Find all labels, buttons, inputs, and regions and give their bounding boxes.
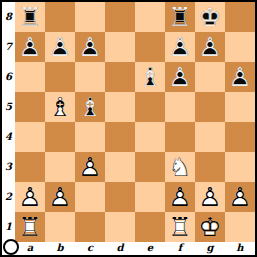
piece-outline: ♗ [45,92,75,122]
square-c4[interactable] [75,122,105,152]
piece-white-pawn-b2[interactable]: ♟♙ [45,182,75,212]
file-label-e: e [135,242,165,255]
square-a5[interactable] [15,92,45,122]
square-d2[interactable] [105,182,135,212]
square-h8[interactable] [225,2,255,32]
square-e8[interactable] [135,2,165,32]
piece-outline: ♙ [195,182,225,212]
square-c5[interactable]: ♝♗ [75,92,105,122]
file-label-h: h [225,242,255,255]
square-d3[interactable] [105,152,135,182]
rank-label-7: 7 [2,32,15,62]
rank-labels: 87654321 [2,2,15,242]
piece-outline: ♙ [75,152,105,182]
piece-fill: ♟ [75,32,105,62]
piece-fill: ♞ [165,152,195,182]
piece-outline: ♙ [195,32,225,62]
file-label-g: g [195,242,225,255]
piece-black-pawn-a7[interactable]: ♟♙ [15,32,45,62]
piece-fill: ♝ [135,62,165,92]
square-f8[interactable]: ♜♖ [165,2,195,32]
piece-black-pawn-c7[interactable]: ♟♙ [75,32,105,62]
piece-white-bishop-b5[interactable]: ♝♗ [45,92,75,122]
square-e7[interactable] [135,32,165,62]
piece-outline: ♔ [195,212,225,242]
square-f3[interactable]: ♞♘ [165,152,195,182]
square-a7[interactable]: ♟♙ [15,32,45,62]
piece-black-pawn-b7[interactable]: ♟♙ [45,32,75,62]
piece-fill: ♟ [195,32,225,62]
square-a3[interactable] [15,152,45,182]
piece-outline: ♔ [195,2,225,32]
square-f1[interactable]: ♜♖ [165,212,195,242]
piece-fill: ♜ [165,2,195,32]
square-h1[interactable] [225,212,255,242]
piece-outline: ♙ [15,32,45,62]
piece-outline: ♙ [15,182,45,212]
rank-label-1: 1 [2,212,15,242]
piece-outline: ♗ [135,62,165,92]
piece-fill: ♝ [45,92,75,122]
piece-fill: ♚ [195,212,225,242]
piece-outline: ♙ [75,32,105,62]
rank-label-8: 8 [2,2,15,32]
rank-label-3: 3 [2,152,15,182]
square-f7[interactable]: ♟♙ [165,32,195,62]
piece-black-pawn-g7[interactable]: ♟♙ [195,32,225,62]
square-g2[interactable]: ♟♙ [195,182,225,212]
piece-outline: ♖ [15,2,45,32]
piece-fill: ♟ [225,182,255,212]
piece-white-king-g1[interactable]: ♚♔ [195,212,225,242]
square-b1[interactable] [45,212,75,242]
piece-fill: ♟ [75,152,105,182]
piece-white-rook-f1[interactable]: ♜♖ [165,212,195,242]
piece-white-rook-a1[interactable]: ♜♖ [15,212,45,242]
piece-fill: ♟ [225,62,255,92]
white-to-move-indicator [3,239,19,255]
piece-fill: ♟ [165,182,195,212]
piece-outline: ♙ [165,32,195,62]
piece-outline: ♙ [165,62,195,92]
piece-black-rook-f8[interactable]: ♜♖ [165,2,195,32]
piece-fill: ♜ [165,212,195,242]
chess-board[interactable]: ♜♖♜♖♚♔♟♙♟♙♟♙♟♙♟♙♝♗♟♙♟♙♝♗♝♗♟♙♞♘♟♙♟♙♟♙♟♙♟♙… [15,2,255,242]
piece-outline: ♙ [225,62,255,92]
square-a6[interactable] [15,62,45,92]
square-g8[interactable]: ♚♔ [195,2,225,32]
file-label-b: b [45,242,75,255]
square-b4[interactable] [45,122,75,152]
rank-label-6: 6 [2,62,15,92]
square-d6[interactable] [105,62,135,92]
piece-fill: ♟ [15,32,45,62]
piece-outline: ♗ [75,92,105,122]
square-a4[interactable] [15,122,45,152]
square-h4[interactable] [225,122,255,152]
square-g7[interactable]: ♟♙ [195,32,225,62]
square-e3[interactable] [135,152,165,182]
piece-black-rook-a8[interactable]: ♜♖ [15,2,45,32]
piece-fill: ♜ [15,212,45,242]
piece-outline: ♖ [165,212,195,242]
piece-black-king-g8[interactable]: ♚♔ [195,2,225,32]
piece-fill: ♟ [45,182,75,212]
file-label-a: a [15,242,45,255]
piece-fill: ♟ [165,32,195,62]
square-b3[interactable] [45,152,75,182]
piece-white-pawn-c3[interactable]: ♟♙ [75,152,105,182]
square-b2[interactable]: ♟♙ [45,182,75,212]
square-g6[interactable] [195,62,225,92]
piece-fill: ♚ [195,2,225,32]
square-c2[interactable] [75,182,105,212]
square-e1[interactable] [135,212,165,242]
piece-black-bishop-e6[interactable]: ♝♗ [135,62,165,92]
square-g5[interactable] [195,92,225,122]
square-c3[interactable]: ♟♙ [75,152,105,182]
square-f5[interactable] [165,92,195,122]
square-d8[interactable] [105,2,135,32]
rank-label-5: 5 [2,92,15,122]
square-h6[interactable]: ♟♙ [225,62,255,92]
rank-label-2: 2 [2,182,15,212]
square-e4[interactable] [135,122,165,152]
piece-black-pawn-f6[interactable]: ♟♙ [165,62,195,92]
square-g4[interactable] [195,122,225,152]
piece-fill: ♝ [75,92,105,122]
square-h2[interactable]: ♟♙ [225,182,255,212]
piece-white-pawn-g2[interactable]: ♟♙ [195,182,225,212]
piece-fill: ♜ [15,2,45,32]
piece-white-pawn-a2[interactable]: ♟♙ [15,182,45,212]
piece-outline: ♖ [15,212,45,242]
chess-diagram: ♜♖♜♖♚♔♟♙♟♙♟♙♟♙♟♙♝♗♟♙♟♙♝♗♝♗♟♙♞♘♟♙♟♙♟♙♟♙♟♙… [0,0,257,257]
piece-fill: ♟ [45,32,75,62]
square-g3[interactable] [195,152,225,182]
piece-outline: ♙ [45,182,75,212]
square-c6[interactable] [75,62,105,92]
piece-outline: ♖ [165,2,195,32]
square-f2[interactable]: ♟♙ [165,182,195,212]
square-d1[interactable] [105,212,135,242]
square-e5[interactable] [135,92,165,122]
square-d5[interactable] [105,92,135,122]
file-label-c: c [75,242,105,255]
square-b8[interactable] [45,2,75,32]
square-e6[interactable]: ♝♗ [135,62,165,92]
piece-outline: ♘ [165,152,195,182]
file-labels: abcdefgh [15,242,255,255]
file-label-f: f [165,242,195,255]
square-h5[interactable] [225,92,255,122]
square-c1[interactable] [75,212,105,242]
square-h7[interactable] [225,32,255,62]
square-h3[interactable] [225,152,255,182]
square-c8[interactable] [75,2,105,32]
square-e2[interactable] [135,182,165,212]
piece-black-bishop-c5[interactable]: ♝♗ [75,92,105,122]
piece-fill: ♟ [165,62,195,92]
square-f4[interactable] [165,122,195,152]
square-a8[interactable]: ♜♖ [15,2,45,32]
file-label-d: d [105,242,135,255]
piece-fill: ♟ [195,182,225,212]
square-b7[interactable]: ♟♙ [45,32,75,62]
piece-outline: ♙ [165,182,195,212]
piece-white-pawn-f2[interactable]: ♟♙ [165,182,195,212]
piece-black-pawn-h6[interactable]: ♟♙ [225,62,255,92]
piece-outline: ♙ [225,182,255,212]
square-a2[interactable]: ♟♙ [15,182,45,212]
square-d4[interactable] [105,122,135,152]
square-g1[interactable]: ♚♔ [195,212,225,242]
square-c7[interactable]: ♟♙ [75,32,105,62]
piece-white-knight-f3[interactable]: ♞♘ [165,152,195,182]
square-a1[interactable]: ♜♖ [15,212,45,242]
piece-outline: ♙ [45,32,75,62]
piece-black-pawn-f7[interactable]: ♟♙ [165,32,195,62]
piece-fill: ♟ [15,182,45,212]
square-b5[interactable]: ♝♗ [45,92,75,122]
square-b6[interactable] [45,62,75,92]
square-d7[interactable] [105,32,135,62]
rank-label-4: 4 [2,122,15,152]
square-f6[interactable]: ♟♙ [165,62,195,92]
piece-white-pawn-h2[interactable]: ♟♙ [225,182,255,212]
